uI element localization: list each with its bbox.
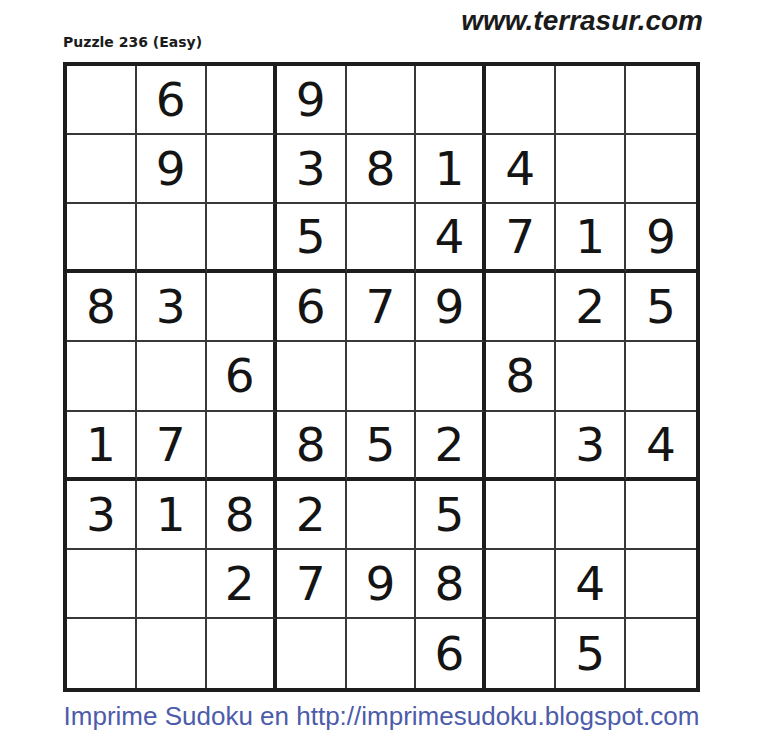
sudoku-cell-r2c4-given[interactable]: 3	[277, 135, 347, 204]
sudoku-cell-r9c3-empty[interactable]	[207, 619, 277, 688]
sudoku-cell-r4c4-given[interactable]: 6	[277, 273, 347, 342]
sudoku-cell-r5c8-empty[interactable]	[556, 342, 626, 411]
sudoku-cell-r7c7-empty[interactable]	[486, 481, 556, 550]
sudoku-cell-r2c9-empty[interactable]	[626, 135, 696, 204]
sudoku-cell-r6c2-given[interactable]: 7	[137, 412, 207, 481]
footer-credit: Imprime Sudoku en http://imprimesudoku.b…	[63, 701, 700, 732]
sudoku-cell-r2c6-given[interactable]: 1	[416, 135, 486, 204]
sudoku-cell-r3c7-given[interactable]: 7	[486, 204, 556, 273]
sudoku-cell-r3c3-empty[interactable]	[207, 204, 277, 273]
sudoku-cell-r5c9-empty[interactable]	[626, 342, 696, 411]
sudoku-cell-r5c5-empty[interactable]	[347, 342, 417, 411]
sudoku-cell-r4c1-given[interactable]: 8	[67, 273, 137, 342]
puzzle-title: Puzzle 236 (Easy)	[63, 34, 202, 50]
sudoku-cell-r2c2-given[interactable]: 9	[137, 135, 207, 204]
sudoku-cell-r6c8-given[interactable]: 3	[556, 412, 626, 481]
sudoku-cell-r7c8-empty[interactable]	[556, 481, 626, 550]
sudoku-cell-r6c9-given[interactable]: 4	[626, 412, 696, 481]
sudoku-cell-r9c4-empty[interactable]	[277, 619, 347, 688]
sudoku-cell-r4c5-given[interactable]: 7	[347, 273, 417, 342]
sudoku-cell-r8c1-empty[interactable]	[67, 550, 137, 619]
sudoku-cell-r2c1-empty[interactable]	[67, 135, 137, 204]
sudoku-cell-r4c2-given[interactable]: 3	[137, 273, 207, 342]
sudoku-cell-r4c6-given[interactable]: 9	[416, 273, 486, 342]
sudoku-cell-r3c9-given[interactable]: 9	[626, 204, 696, 273]
sudoku-cell-r1c6-empty[interactable]	[416, 66, 486, 135]
sudoku-cell-r5c7-given[interactable]: 8	[486, 342, 556, 411]
sudoku-cell-r8c2-empty[interactable]	[137, 550, 207, 619]
sudoku-cell-r3c1-empty[interactable]	[67, 204, 137, 273]
sudoku-cell-r8c7-empty[interactable]	[486, 550, 556, 619]
sudoku-cell-r6c1-given[interactable]: 1	[67, 412, 137, 481]
footer-credit-url[interactable]: http://imprimesudoku.blogspot.com	[296, 701, 699, 731]
sudoku-cell-r1c8-empty[interactable]	[556, 66, 626, 135]
sudoku-cell-r6c5-given[interactable]: 5	[347, 412, 417, 481]
sudoku-cell-r7c4-given[interactable]: 2	[277, 481, 347, 550]
sudoku-cell-r7c2-given[interactable]: 1	[137, 481, 207, 550]
sudoku-cell-r8c8-given[interactable]: 4	[556, 550, 626, 619]
sudoku-cell-r6c3-empty[interactable]	[207, 412, 277, 481]
sudoku-cell-r8c9-empty[interactable]	[626, 550, 696, 619]
sudoku-cell-r8c4-given[interactable]: 7	[277, 550, 347, 619]
sudoku-cell-r4c9-given[interactable]: 5	[626, 273, 696, 342]
footer-credit-text: Imprime Sudoku en	[64, 701, 297, 731]
sudoku-cell-r6c4-given[interactable]: 8	[277, 412, 347, 481]
sudoku-cell-r1c7-empty[interactable]	[486, 66, 556, 135]
sudoku-cell-r8c5-given[interactable]: 9	[347, 550, 417, 619]
sudoku-cell-r4c7-empty[interactable]	[486, 273, 556, 342]
sudoku-cell-r4c8-given[interactable]: 2	[556, 273, 626, 342]
sudoku-cell-r7c6-given[interactable]: 5	[416, 481, 486, 550]
sudoku-cell-r3c6-given[interactable]: 4	[416, 204, 486, 273]
sudoku-cell-r9c9-empty[interactable]	[626, 619, 696, 688]
sudoku-cell-r9c5-empty[interactable]	[347, 619, 417, 688]
sudoku-grid: 6993814547198367925681785234318252798465	[63, 62, 700, 692]
sudoku-cell-r9c2-empty[interactable]	[137, 619, 207, 688]
sudoku-cell-r5c4-empty[interactable]	[277, 342, 347, 411]
sudoku-cell-r2c8-empty[interactable]	[556, 135, 626, 204]
sudoku-cell-r3c5-empty[interactable]	[347, 204, 417, 273]
sudoku-cell-r3c2-empty[interactable]	[137, 204, 207, 273]
sudoku-cell-r5c3-given[interactable]: 6	[207, 342, 277, 411]
sudoku-cell-r7c9-empty[interactable]	[626, 481, 696, 550]
sudoku-cell-r3c8-given[interactable]: 1	[556, 204, 626, 273]
sudoku-cell-r3c4-given[interactable]: 5	[277, 204, 347, 273]
sudoku-cell-r1c2-given[interactable]: 6	[137, 66, 207, 135]
sudoku-cell-r9c6-given[interactable]: 6	[416, 619, 486, 688]
sudoku-cell-r1c1-empty[interactable]	[67, 66, 137, 135]
sudoku-cell-r5c1-empty[interactable]	[67, 342, 137, 411]
sudoku-cell-r7c5-empty[interactable]	[347, 481, 417, 550]
sudoku-cell-r7c3-given[interactable]: 8	[207, 481, 277, 550]
sudoku-cell-r2c3-empty[interactable]	[207, 135, 277, 204]
sudoku-cell-r1c3-empty[interactable]	[207, 66, 277, 135]
sudoku-cell-r7c1-given[interactable]: 3	[67, 481, 137, 550]
sudoku-cell-r8c6-given[interactable]: 8	[416, 550, 486, 619]
sudoku-cell-r6c7-empty[interactable]	[486, 412, 556, 481]
sudoku-cell-r5c6-empty[interactable]	[416, 342, 486, 411]
sudoku-cell-r1c4-given[interactable]: 9	[277, 66, 347, 135]
sudoku-cell-r1c9-empty[interactable]	[626, 66, 696, 135]
sudoku-cell-r2c7-given[interactable]: 4	[486, 135, 556, 204]
sudoku-cell-r9c7-empty[interactable]	[486, 619, 556, 688]
sudoku-cell-r9c1-empty[interactable]	[67, 619, 137, 688]
sudoku-cell-r5c2-empty[interactable]	[137, 342, 207, 411]
sudoku-cell-r1c5-empty[interactable]	[347, 66, 417, 135]
sudoku-cell-r4c3-empty[interactable]	[207, 273, 277, 342]
sudoku-cell-r9c8-given[interactable]: 5	[556, 619, 626, 688]
website-logo: www.terrasur.com	[461, 5, 703, 37]
sudoku-cell-r2c5-given[interactable]: 8	[347, 135, 417, 204]
sudoku-cell-r8c3-given[interactable]: 2	[207, 550, 277, 619]
sudoku-cell-r6c6-given[interactable]: 2	[416, 412, 486, 481]
